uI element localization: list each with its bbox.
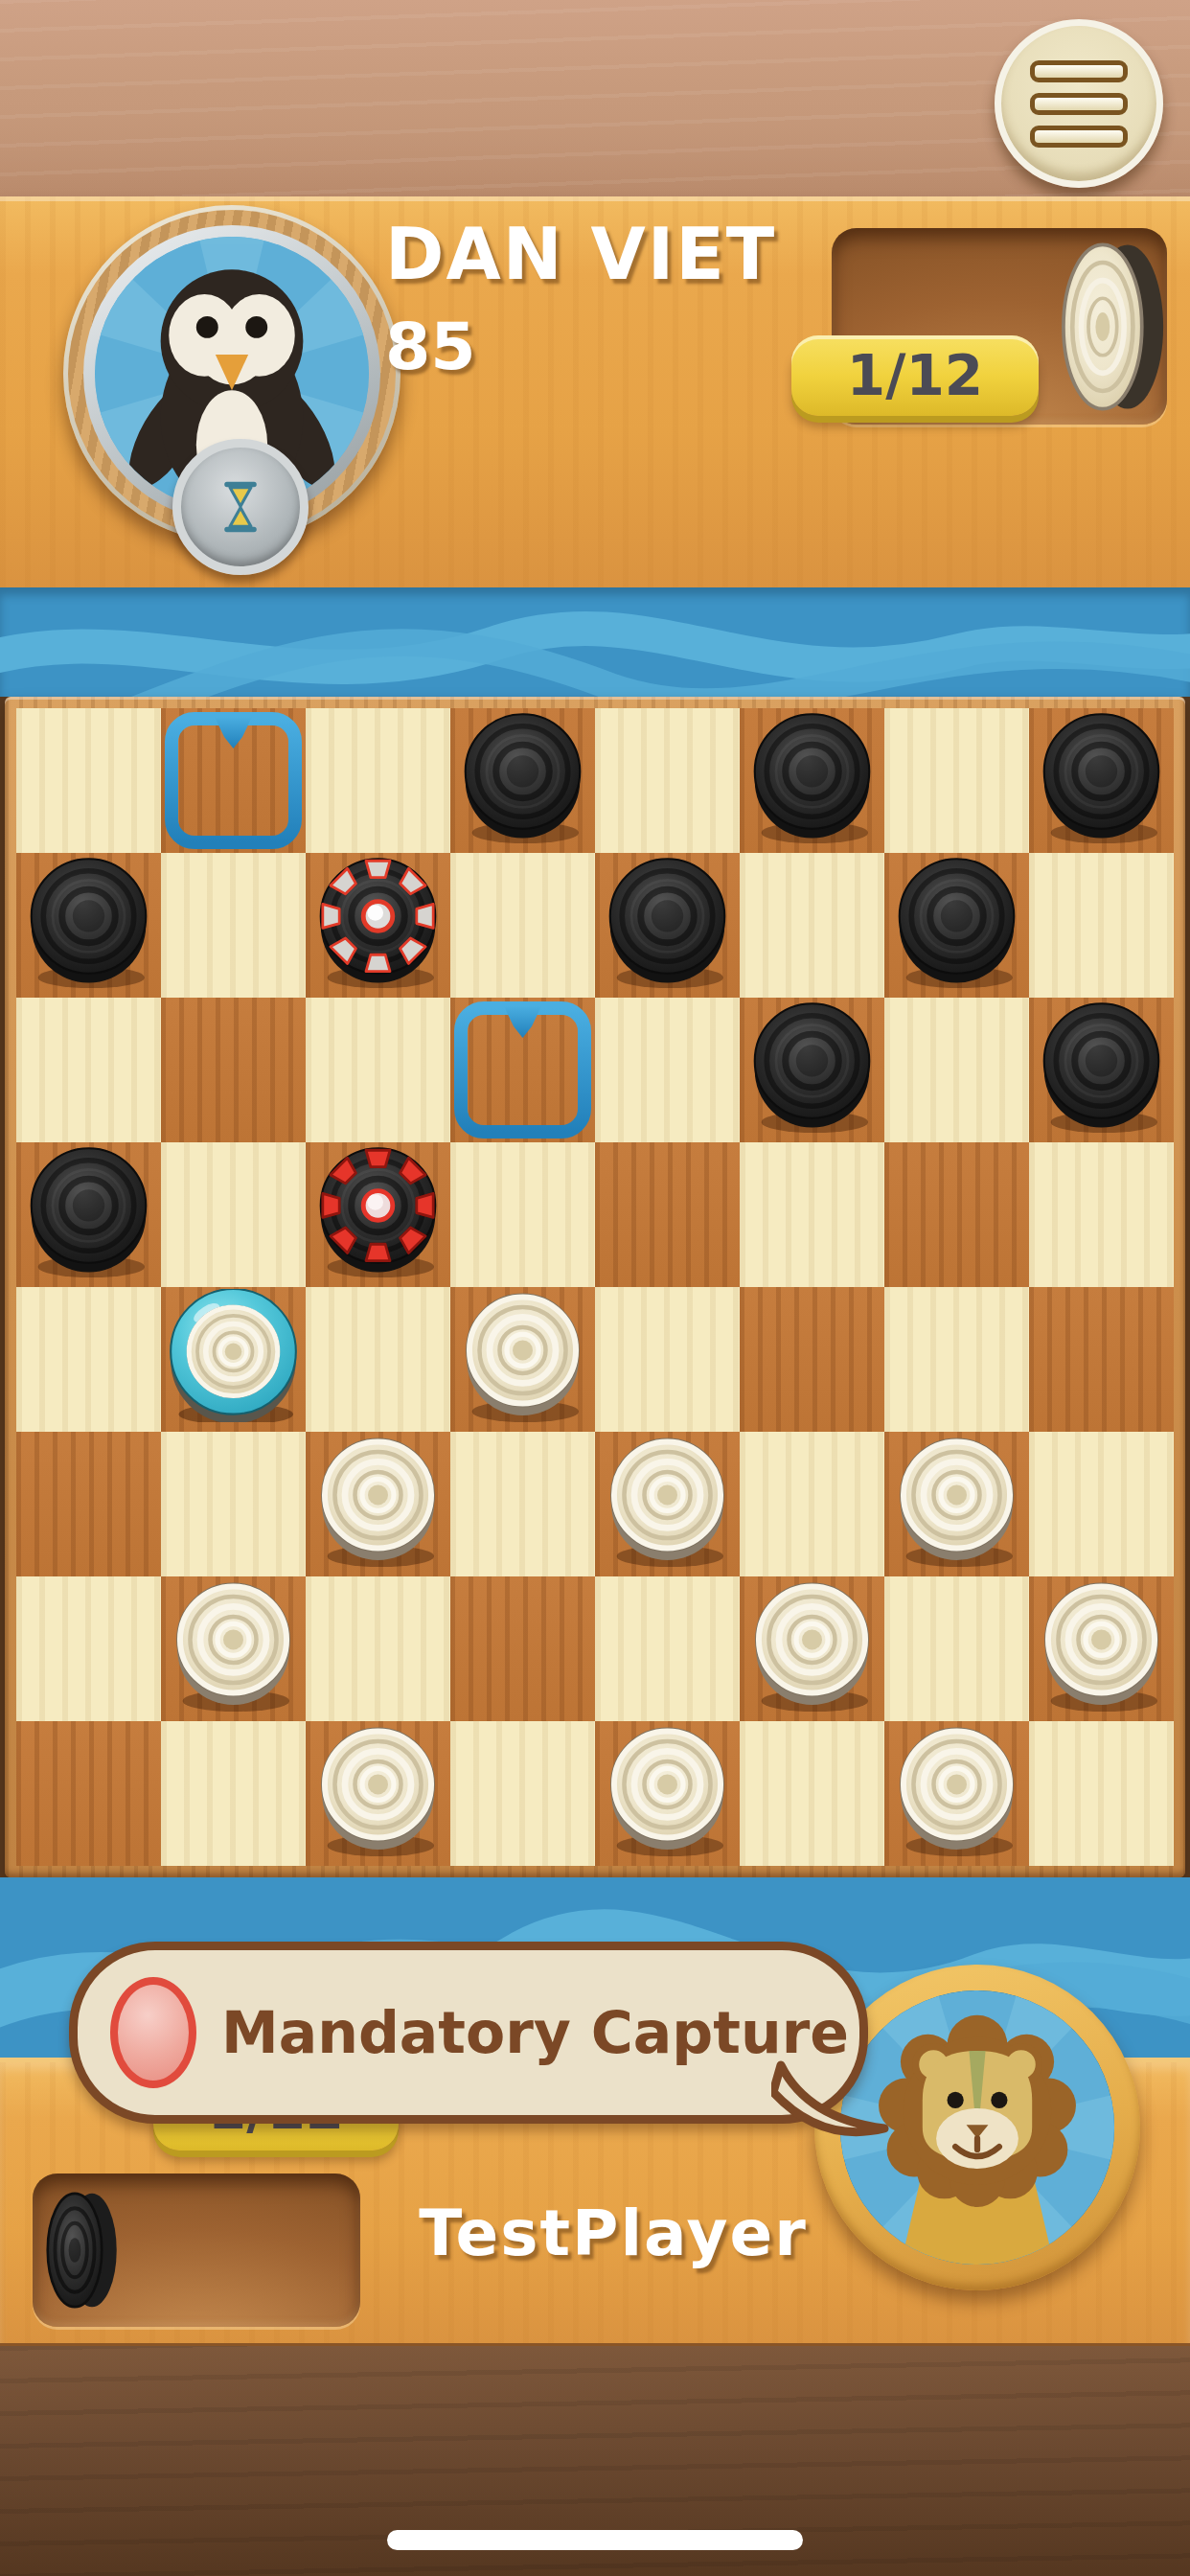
black-piece-capture-target[interactable] — [311, 1144, 445, 1277]
square-2[interactable] — [450, 708, 595, 853]
square-5[interactable] — [16, 853, 161, 998]
top-player-rating: 85 — [385, 309, 476, 384]
banner-text: Mandatory Capture — [221, 1999, 849, 2066]
square-25[interactable] — [161, 1576, 306, 1721]
white-piece[interactable] — [890, 1434, 1023, 1567]
square-10[interactable] — [450, 998, 595, 1142]
square-18[interactable] — [450, 1287, 595, 1432]
square-12[interactable] — [1029, 998, 1174, 1142]
square-r4c2 — [306, 1287, 450, 1432]
top-captured-badge: 1/12 — [791, 335, 1039, 416]
red-oval-icon — [110, 1977, 196, 2088]
highlighted-landing-square[interactable] — [450, 998, 595, 1142]
square-r3c7 — [1029, 1142, 1174, 1287]
square-r7c1 — [161, 1721, 306, 1866]
black-piece[interactable] — [1035, 710, 1168, 843]
square-r1c1 — [161, 853, 306, 998]
square-r2c0 — [16, 998, 161, 1142]
square-r4c6 — [884, 1287, 1029, 1432]
captured-black-piece — [40, 2156, 126, 2344]
black-piece[interactable] — [22, 855, 155, 988]
water-band-top — [0, 587, 1190, 697]
square-r5c3 — [450, 1432, 595, 1576]
square-30[interactable] — [306, 1721, 450, 1866]
game-screen: DAN VIET 85 1/12 — [0, 0, 1190, 2576]
square-31[interactable] — [595, 1721, 740, 1866]
black-piece[interactable] — [890, 855, 1023, 988]
white-piece[interactable] — [456, 1289, 589, 1422]
turn-timer-badge — [172, 439, 309, 575]
square-19[interactable] — [740, 1287, 884, 1432]
square-r6c0 — [16, 1576, 161, 1721]
white-piece[interactable] — [601, 1723, 734, 1856]
square-r1c7 — [1029, 853, 1174, 998]
square-r4c0 — [16, 1287, 161, 1432]
highlighted-landing-square[interactable] — [161, 708, 306, 853]
square-32[interactable] — [884, 1721, 1029, 1866]
bottom-player-name: TestPlayer — [383, 2196, 843, 2270]
square-3[interactable] — [740, 708, 884, 853]
square-16[interactable] — [884, 1142, 1029, 1287]
square-r4c4 — [595, 1287, 740, 1432]
menu-button[interactable] — [995, 19, 1163, 188]
mandatory-capture-banner: Mandatory Capture — [69, 1942, 868, 2124]
square-r2c2 — [306, 998, 450, 1142]
square-1[interactable] — [161, 708, 306, 853]
white-piece-selected[interactable] — [167, 1289, 300, 1422]
square-r5c7 — [1029, 1432, 1174, 1576]
white-piece[interactable] — [1035, 1578, 1168, 1712]
square-r0c4 — [595, 708, 740, 853]
square-r6c4 — [595, 1576, 740, 1721]
square-r2c6 — [884, 998, 1029, 1142]
square-4[interactable] — [1029, 708, 1174, 853]
square-r3c5 — [740, 1142, 884, 1287]
square-r6c2 — [306, 1576, 450, 1721]
white-piece[interactable] — [601, 1434, 734, 1567]
square-14[interactable] — [306, 1142, 450, 1287]
white-piece[interactable] — [311, 1434, 445, 1567]
square-r2c4 — [595, 998, 740, 1142]
square-21[interactable] — [16, 1432, 161, 1576]
square-r7c3 — [450, 1721, 595, 1866]
square-17[interactable] — [161, 1287, 306, 1432]
square-24[interactable] — [884, 1432, 1029, 1576]
square-6[interactable] — [306, 853, 450, 998]
black-piece[interactable] — [456, 710, 589, 843]
black-piece-capture-target[interactable] — [311, 855, 445, 988]
square-r3c1 — [161, 1142, 306, 1287]
home-indicator[interactable] — [387, 2530, 803, 2550]
square-r1c5 — [740, 853, 884, 998]
square-r0c2 — [306, 708, 450, 853]
square-13[interactable] — [16, 1142, 161, 1287]
checkers-board — [5, 697, 1185, 1877]
square-r0c6 — [884, 708, 1029, 853]
square-8[interactable] — [884, 853, 1029, 998]
white-piece[interactable] — [167, 1578, 300, 1712]
square-r7c5 — [740, 1721, 884, 1866]
square-9[interactable] — [161, 998, 306, 1142]
square-26[interactable] — [450, 1576, 595, 1721]
square-r0c0 — [16, 708, 161, 853]
square-20[interactable] — [1029, 1287, 1174, 1432]
white-piece[interactable] — [890, 1723, 1023, 1856]
square-22[interactable] — [306, 1432, 450, 1576]
white-piece[interactable] — [745, 1578, 879, 1712]
square-r5c5 — [740, 1432, 884, 1576]
square-r7c7 — [1029, 1721, 1174, 1866]
hamburger-menu-icon — [1030, 60, 1128, 148]
black-piece[interactable] — [745, 1000, 879, 1133]
square-7[interactable] — [595, 853, 740, 998]
black-piece[interactable] — [745, 710, 879, 843]
captured-white-piece — [1060, 238, 1167, 416]
white-piece[interactable] — [311, 1723, 445, 1856]
square-r5c1 — [161, 1432, 306, 1576]
square-28[interactable] — [1029, 1576, 1174, 1721]
square-r3c3 — [450, 1142, 595, 1287]
black-piece[interactable] — [22, 1144, 155, 1277]
black-piece[interactable] — [1035, 1000, 1168, 1133]
hourglass-icon — [203, 470, 278, 544]
square-15[interactable] — [595, 1142, 740, 1287]
square-r1c3 — [450, 853, 595, 998]
square-29[interactable] — [16, 1721, 161, 1866]
top-player-name: DAN VIET — [385, 213, 776, 295]
square-11[interactable] — [740, 998, 884, 1142]
square-27[interactable] — [740, 1576, 884, 1721]
square-r6c6 — [884, 1576, 1029, 1721]
square-23[interactable] — [595, 1432, 740, 1576]
black-piece[interactable] — [601, 855, 734, 988]
bubble-tail — [771, 2059, 915, 2174]
